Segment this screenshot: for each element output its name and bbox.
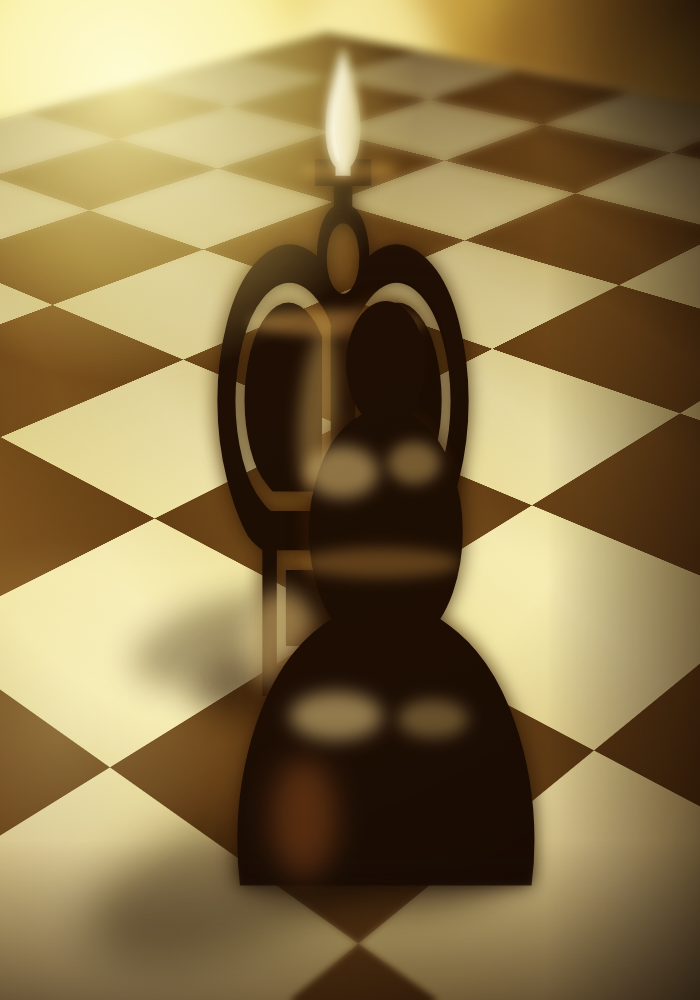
depth-of-field-far-blur [0, 0, 700, 280]
chess-photo-scene: ♚ ♟ [0, 0, 700, 1000]
depth-of-field-near-blur [0, 860, 700, 1000]
